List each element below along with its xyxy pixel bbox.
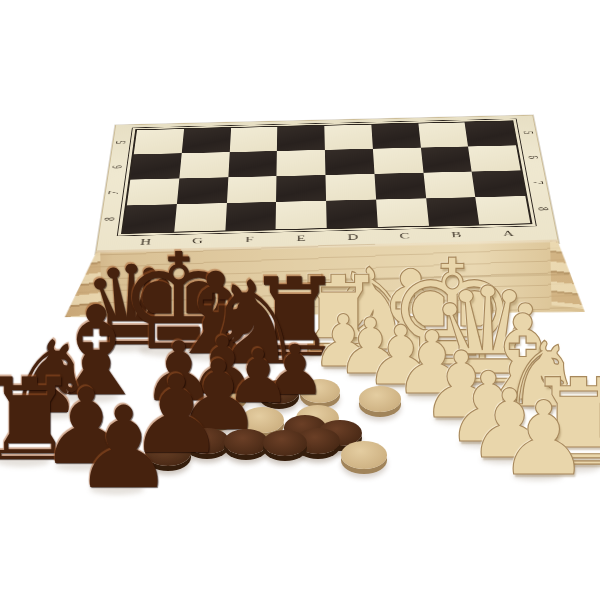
board-squares-grid [121,120,532,234]
rank-label-right-6: 6 [525,154,539,161]
board-square-C8[interactable] [376,198,429,226]
board-square-D6[interactable] [325,149,374,175]
dark-draughts-disc[interactable] [224,429,268,455]
board-square-F7[interactable] [226,176,276,203]
board-square-D5[interactable] [324,125,372,150]
board-square-D8[interactable] [326,200,378,228]
board-square-B8[interactable] [426,197,480,225]
board-square-B7[interactable] [423,171,476,198]
rank-label-right-5: 5 [520,129,534,136]
light-draughts-disc[interactable] [341,441,387,469]
board-square-E5[interactable] [277,126,325,151]
board-square-A8[interactable] [476,196,531,224]
board-square-H5[interactable] [134,129,184,154]
rank-label-right-8: 8 [535,205,550,213]
rank-label-left-7: 7 [107,189,121,196]
board-square-D7[interactable] [325,174,375,201]
dark-pawn[interactable]: ♟ [73,402,161,490]
board-square-F5[interactable] [229,127,277,152]
board-square-B5[interactable] [418,122,468,147]
board-square-H7[interactable] [127,178,179,205]
board-square-C7[interactable] [374,172,425,199]
board-square-E8[interactable] [276,201,327,229]
rank-label-left-8: 8 [103,215,118,223]
board-border-frame [117,119,537,237]
board-square-E6[interactable] [277,150,326,176]
board-square-E7[interactable] [276,175,326,202]
board-square-A7[interactable] [472,170,526,197]
board-square-F6[interactable] [228,151,277,177]
rank-label-right-7: 7 [530,179,545,186]
dark-draughts-disc[interactable] [263,430,307,456]
board-square-C6[interactable] [373,148,423,174]
rank-label-left-6: 6 [111,163,125,170]
product-photo-chess-set: HGFEDCBA 55667788 ♜♞♝♛♚♝♞♜♟♟♟♟♟♟♟♟♜♞♝♚♛♝… [0,0,600,600]
board-square-A5[interactable] [465,121,516,146]
board-square-A6[interactable] [468,145,520,171]
board-square-G7[interactable] [177,177,228,204]
light-pawn[interactable]: ♟ [498,397,578,477]
board-square-G5[interactable] [182,128,231,153]
board-square-G6[interactable] [179,152,229,178]
light-draughts-disc[interactable] [359,386,401,411]
board-square-H6[interactable] [130,153,181,179]
board-square-C5[interactable] [371,124,420,149]
board-square-B6[interactable] [420,146,471,172]
rank-label-left-5: 5 [115,139,129,146]
